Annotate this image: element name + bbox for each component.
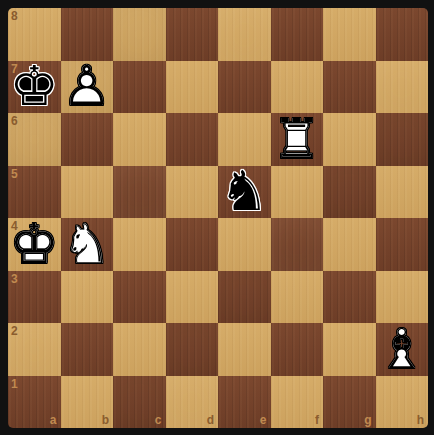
white-rook-detail-glyph: ♖ <box>271 113 324 166</box>
square-g5[interactable] <box>323 166 376 219</box>
square-d5[interactable] <box>166 166 219 219</box>
square-a7[interactable]: 7♚ <box>8 61 61 114</box>
square-a2[interactable]: 2 <box>8 323 61 376</box>
piece-white-knight[interactable]: ♞♘ <box>61 218 114 271</box>
square-b4[interactable]: ♞♘ <box>61 218 114 271</box>
square-b8[interactable] <box>61 8 114 61</box>
square-c5[interactable] <box>113 166 166 219</box>
square-h3[interactable] <box>376 271 429 324</box>
square-e5[interactable]: ♞ <box>218 166 271 219</box>
black-knight-glyph: ♞ <box>218 166 271 219</box>
rank-label-3: 3 <box>11 273 18 285</box>
rank-label-8: 8 <box>11 10 18 22</box>
square-c6[interactable] <box>113 113 166 166</box>
square-e3[interactable] <box>218 271 271 324</box>
square-f7[interactable] <box>271 61 324 114</box>
square-h8[interactable] <box>376 8 429 61</box>
square-d7[interactable] <box>166 61 219 114</box>
square-f6[interactable]: ♜♖ <box>271 113 324 166</box>
white-king-detail-glyph: ♔ <box>8 218 61 271</box>
square-e6[interactable] <box>218 113 271 166</box>
square-h5[interactable] <box>376 166 429 219</box>
square-f1[interactable]: f <box>271 376 324 429</box>
black-king-glyph: ♚ <box>8 61 61 114</box>
file-label-b: b <box>102 414 109 426</box>
square-g7[interactable] <box>323 61 376 114</box>
square-g6[interactable] <box>323 113 376 166</box>
square-b5[interactable] <box>61 166 114 219</box>
file-label-a: a <box>50 414 57 426</box>
white-king-glyph: ♚ <box>8 218 61 271</box>
square-a4[interactable]: 4♚♔ <box>8 218 61 271</box>
square-f4[interactable] <box>271 218 324 271</box>
piece-white-pawn[interactable]: ♟♙ <box>61 61 114 114</box>
square-d6[interactable] <box>166 113 219 166</box>
square-e7[interactable] <box>218 61 271 114</box>
square-e4[interactable] <box>218 218 271 271</box>
white-bishop-glyph: ♝ <box>376 323 429 376</box>
square-a3[interactable]: 3 <box>8 271 61 324</box>
square-g4[interactable] <box>323 218 376 271</box>
rank-label-2: 2 <box>11 325 18 337</box>
square-e2[interactable] <box>218 323 271 376</box>
piece-black-king[interactable]: ♚ <box>8 61 61 114</box>
square-f3[interactable] <box>271 271 324 324</box>
square-g2[interactable] <box>323 323 376 376</box>
square-c2[interactable] <box>113 323 166 376</box>
white-bishop-detail-glyph: ♗ <box>376 323 429 376</box>
square-f2[interactable] <box>271 323 324 376</box>
square-f5[interactable] <box>271 166 324 219</box>
square-c8[interactable] <box>113 8 166 61</box>
square-g8[interactable] <box>323 8 376 61</box>
chess-board: 87♚♟♙6♜♖5♞4♚♔♞♘32♝♗1abcdefgh <box>8 8 428 428</box>
file-label-d: d <box>207 414 214 426</box>
square-d4[interactable] <box>166 218 219 271</box>
square-c7[interactable] <box>113 61 166 114</box>
file-label-h: h <box>417 414 424 426</box>
square-h1[interactable]: h <box>376 376 429 429</box>
square-e8[interactable] <box>218 8 271 61</box>
white-rook-glyph: ♜ <box>271 113 324 166</box>
square-b2[interactable] <box>61 323 114 376</box>
file-label-f: f <box>315 414 319 426</box>
square-b1[interactable]: b <box>61 376 114 429</box>
white-pawn-glyph: ♟ <box>61 61 114 114</box>
square-d2[interactable] <box>166 323 219 376</box>
square-g1[interactable]: g <box>323 376 376 429</box>
piece-white-rook[interactable]: ♜♖ <box>271 113 324 166</box>
square-g3[interactable] <box>323 271 376 324</box>
square-h6[interactable] <box>376 113 429 166</box>
square-a8[interactable]: 8 <box>8 8 61 61</box>
square-a1[interactable]: 1a <box>8 376 61 429</box>
rank-label-6: 6 <box>11 115 18 127</box>
square-d8[interactable] <box>166 8 219 61</box>
square-d1[interactable]: d <box>166 376 219 429</box>
square-a6[interactable]: 6 <box>8 113 61 166</box>
rank-label-5: 5 <box>11 168 18 180</box>
square-d3[interactable] <box>166 271 219 324</box>
piece-white-king[interactable]: ♚♔ <box>8 218 61 271</box>
file-label-e: e <box>260 414 267 426</box>
square-b7[interactable]: ♟♙ <box>61 61 114 114</box>
square-e1[interactable]: e <box>218 376 271 429</box>
square-h2[interactable]: ♝♗ <box>376 323 429 376</box>
square-f8[interactable] <box>271 8 324 61</box>
piece-black-knight[interactable]: ♞ <box>218 166 271 219</box>
file-label-c: c <box>155 414 162 426</box>
square-c1[interactable]: c <box>113 376 166 429</box>
white-knight-detail-glyph: ♘ <box>61 218 114 271</box>
white-pawn-detail-glyph: ♙ <box>61 61 114 114</box>
rank-label-1: 1 <box>11 378 18 390</box>
white-knight-glyph: ♞ <box>61 218 114 271</box>
chess-board-frame: 87♚♟♙6♜♖5♞4♚♔♞♘32♝♗1abcdefgh <box>0 0 434 435</box>
square-h4[interactable] <box>376 218 429 271</box>
square-b3[interactable] <box>61 271 114 324</box>
square-a5[interactable]: 5 <box>8 166 61 219</box>
square-b6[interactable] <box>61 113 114 166</box>
square-c4[interactable] <box>113 218 166 271</box>
piece-white-bishop[interactable]: ♝♗ <box>376 323 429 376</box>
square-c3[interactable] <box>113 271 166 324</box>
square-h7[interactable] <box>376 61 429 114</box>
file-label-g: g <box>364 414 371 426</box>
